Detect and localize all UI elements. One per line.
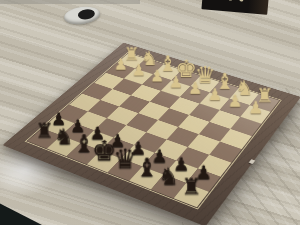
- piece-white-pawn[interactable]: ♟: [150, 68, 164, 84]
- piece-black-rook[interactable]: ♜: [35, 120, 54, 141]
- background-piece-top: [239, 0, 243, 2]
- piece-white-pawn[interactable]: ♟: [114, 57, 128, 73]
- piece-white-pawn[interactable]: ♟: [248, 99, 263, 116]
- piece-black-bishop[interactable]: ♝: [135, 155, 158, 180]
- piece-black-knight[interactable]: ♞: [158, 165, 179, 188]
- piece-white-pawn[interactable]: ♟: [169, 74, 183, 90]
- piece-white-pawn[interactable]: ♟: [132, 62, 146, 78]
- photo-scene: ♜♞♝♚♛♝♞♜♟♟♟♟♟♟♟♟♟♟♟♟♟♟♟♟♜♞♝♚♛♝♞♜: [0, 0, 300, 225]
- piece-black-queen[interactable]: ♛: [113, 145, 137, 172]
- piece-white-pawn[interactable]: ♟: [207, 86, 222, 102]
- piece-white-pawn[interactable]: ♟: [188, 80, 203, 96]
- piece-black-knight[interactable]: ♞: [54, 126, 74, 148]
- background-piece-top: [228, 0, 232, 1]
- piece-black-rook[interactable]: ♜: [181, 175, 201, 198]
- background-edge: [0, 0, 140, 4]
- grommet-hole: [77, 8, 95, 20]
- piece-white-pawn[interactable]: ♟: [227, 93, 242, 110]
